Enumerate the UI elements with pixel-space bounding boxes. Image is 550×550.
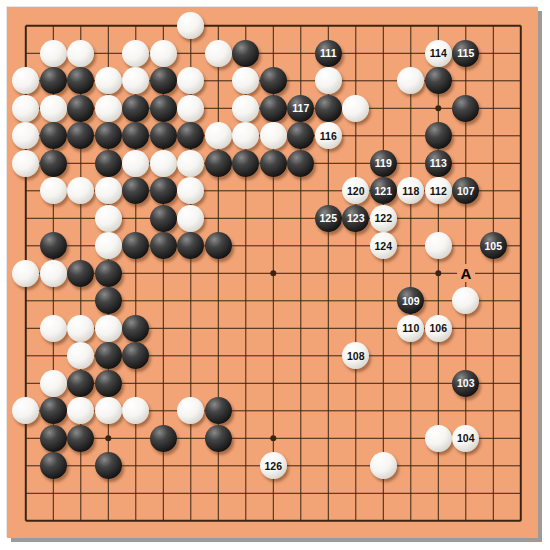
stone-white[interactable] xyxy=(95,205,122,232)
stone-black[interactable] xyxy=(95,122,122,149)
stone-white[interactable] xyxy=(177,150,204,177)
move-number: 108 xyxy=(347,351,365,362)
stone-white[interactable] xyxy=(40,370,67,397)
stone-black[interactable] xyxy=(95,260,122,287)
stone-white[interactable] xyxy=(205,122,232,149)
stone-white-104[interactable]: 104 xyxy=(452,425,479,452)
stone-black[interactable] xyxy=(67,95,94,122)
stone-white-124[interactable]: 124 xyxy=(370,232,397,259)
stone-black-113[interactable]: 113 xyxy=(425,150,452,177)
star-point xyxy=(105,435,111,441)
move-number: 107 xyxy=(457,186,475,197)
stone-black-103[interactable]: 103 xyxy=(452,370,479,397)
move-number: 116 xyxy=(320,131,337,142)
stone-white[interactable] xyxy=(425,232,452,259)
stone-black[interactable] xyxy=(67,260,94,287)
stone-black[interactable] xyxy=(95,287,122,314)
stone-black[interactable] xyxy=(260,150,287,177)
stone-black[interactable] xyxy=(260,95,287,122)
stone-black-121[interactable]: 121 xyxy=(370,177,397,204)
star-point xyxy=(270,270,276,276)
stone-black[interactable] xyxy=(232,150,259,177)
stone-black[interactable] xyxy=(122,95,149,122)
stone-black[interactable] xyxy=(150,177,177,204)
stone-black[interactable] xyxy=(452,95,479,122)
stone-white[interactable] xyxy=(40,95,67,122)
stone-white[interactable] xyxy=(370,452,397,479)
stone-white[interactable] xyxy=(315,67,342,94)
stone-white[interactable] xyxy=(40,177,67,204)
stone-black[interactable] xyxy=(150,67,177,94)
star-point xyxy=(270,435,276,441)
stone-white-122[interactable]: 122 xyxy=(370,205,397,232)
move-number: 123 xyxy=(347,213,365,224)
stone-black[interactable] xyxy=(95,342,122,369)
move-number: 110 xyxy=(402,323,419,334)
stone-white-126[interactable]: 126 xyxy=(260,452,287,479)
star-point xyxy=(435,105,441,111)
stone-white-116[interactable]: 116 xyxy=(315,122,342,149)
move-number: 115 xyxy=(457,48,474,59)
move-number: 103 xyxy=(457,378,475,389)
star-point xyxy=(435,270,441,276)
stone-black[interactable] xyxy=(95,452,122,479)
stone-white[interactable] xyxy=(122,150,149,177)
goban[interactable]: 1111141151171161191131201211181121071251… xyxy=(7,7,538,538)
move-number: 117 xyxy=(292,103,309,114)
stone-black[interactable] xyxy=(95,150,122,177)
stone-black[interactable] xyxy=(40,452,67,479)
stone-black[interactable] xyxy=(150,205,177,232)
move-number: 109 xyxy=(402,296,420,307)
stone-white-106[interactable]: 106 xyxy=(425,315,452,342)
move-number: 112 xyxy=(430,186,447,197)
stone-white[interactable] xyxy=(95,177,122,204)
stone-white[interactable] xyxy=(40,260,67,287)
stone-white[interactable] xyxy=(95,95,122,122)
move-number: 121 xyxy=(375,186,393,197)
stone-black[interactable] xyxy=(205,425,232,452)
stone-black[interactable] xyxy=(40,122,67,149)
stone-black-117[interactable]: 117 xyxy=(287,95,314,122)
stone-black[interactable] xyxy=(40,397,67,424)
stone-black[interactable] xyxy=(205,150,232,177)
stone-black[interactable] xyxy=(287,150,314,177)
stone-black-123[interactable]: 123 xyxy=(342,205,369,232)
stone-black-119[interactable]: 119 xyxy=(370,150,397,177)
stone-black[interactable] xyxy=(150,425,177,452)
stone-black[interactable] xyxy=(232,40,259,67)
stone-white[interactable] xyxy=(95,232,122,259)
stone-white[interactable] xyxy=(342,95,369,122)
stone-black[interactable] xyxy=(260,67,287,94)
stone-white[interactable] xyxy=(95,397,122,424)
move-number: 119 xyxy=(375,158,392,169)
stone-white[interactable] xyxy=(260,122,287,149)
stone-white[interactable] xyxy=(205,40,232,67)
move-number: 120 xyxy=(347,186,365,197)
stone-white[interactable] xyxy=(67,315,94,342)
stone-white[interactable] xyxy=(40,40,67,67)
stone-black[interactable] xyxy=(150,95,177,122)
stone-white[interactable] xyxy=(95,67,122,94)
stone-white[interactable] xyxy=(12,150,39,177)
stone-black[interactable] xyxy=(40,67,67,94)
move-number: 111 xyxy=(320,48,336,59)
stone-white[interactable] xyxy=(122,40,149,67)
stone-black[interactable] xyxy=(315,95,342,122)
stone-black-111[interactable]: 111 xyxy=(315,40,342,67)
move-number: 114 xyxy=(430,48,447,59)
move-number: 104 xyxy=(457,433,475,444)
stone-black-125[interactable]: 125 xyxy=(315,205,342,232)
stone-black[interactable] xyxy=(122,315,149,342)
stone-black-115[interactable]: 115 xyxy=(452,40,479,67)
stone-black[interactable] xyxy=(150,232,177,259)
stone-white[interactable] xyxy=(95,315,122,342)
move-number: 122 xyxy=(375,213,393,224)
stone-white[interactable] xyxy=(150,150,177,177)
stone-white-110[interactable]: 110 xyxy=(397,315,424,342)
stone-white[interactable] xyxy=(12,95,39,122)
stone-white[interactable] xyxy=(177,205,204,232)
stone-black[interactable] xyxy=(40,232,67,259)
stone-black[interactable] xyxy=(205,232,232,259)
stone-black[interactable] xyxy=(67,425,94,452)
stone-white-114[interactable]: 114 xyxy=(425,40,452,67)
stone-white[interactable] xyxy=(177,95,204,122)
stone-black[interactable] xyxy=(425,67,452,94)
move-number: 124 xyxy=(375,241,393,252)
stone-white[interactable] xyxy=(12,260,39,287)
stone-black[interactable] xyxy=(67,370,94,397)
stone-white[interactable] xyxy=(40,315,67,342)
move-number: 125 xyxy=(320,213,338,224)
stone-black-105[interactable]: 105 xyxy=(480,232,507,259)
stone-black[interactable] xyxy=(205,397,232,424)
stone-white[interactable] xyxy=(150,40,177,67)
stone-white-112[interactable]: 112 xyxy=(425,177,452,204)
stone-black[interactable] xyxy=(95,370,122,397)
point-label-A[interactable]: A xyxy=(457,264,475,282)
move-number: 126 xyxy=(265,461,283,472)
move-number: 118 xyxy=(402,186,419,197)
stone-black[interactable] xyxy=(40,425,67,452)
go-board-screenshot: 1111141151171161191131201211181121071251… xyxy=(0,0,550,550)
move-number: 105 xyxy=(485,241,503,252)
stone-black[interactable] xyxy=(150,122,177,149)
move-number: 113 xyxy=(430,158,447,169)
stone-white[interactable] xyxy=(232,95,259,122)
stone-white[interactable] xyxy=(67,40,94,67)
stone-black[interactable] xyxy=(425,122,452,149)
stone-white[interactable] xyxy=(425,425,452,452)
move-number: 106 xyxy=(430,323,448,334)
stone-black[interactable] xyxy=(40,150,67,177)
